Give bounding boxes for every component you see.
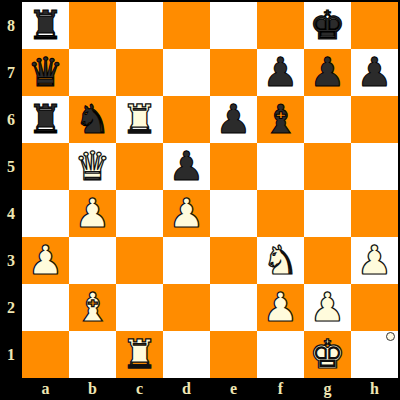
square-d8 [163, 2, 210, 49]
square-f7: ♟ [257, 49, 304, 96]
square-e2 [210, 284, 257, 331]
square-g3 [304, 237, 351, 284]
square-g1: ♚ [304, 331, 351, 378]
square-g8: ♚ [304, 2, 351, 49]
square-g6 [304, 96, 351, 143]
white-bishop-b2: ♝ [75, 284, 111, 331]
rank-label-8: 8 [0, 2, 22, 49]
white-pawn-a3: ♟ [28, 237, 64, 284]
file-label-e: e [210, 378, 257, 400]
square-a1 [22, 331, 69, 378]
rank-label-1: 1 [0, 331, 22, 378]
white-pawn-g2: ♟ [310, 284, 346, 331]
square-b5: ♛ [69, 143, 116, 190]
square-d6 [163, 96, 210, 143]
square-e5 [210, 143, 257, 190]
square-c3 [116, 237, 163, 284]
rank-label-7: 7 [0, 49, 22, 96]
square-c4 [116, 190, 163, 237]
square-e7 [210, 49, 257, 96]
square-b7 [69, 49, 116, 96]
square-d5: ♟ [163, 143, 210, 190]
square-e3 [210, 237, 257, 284]
file-label-a: a [22, 378, 69, 400]
white-pawn-f2: ♟ [263, 284, 299, 331]
square-f5 [257, 143, 304, 190]
square-g4 [304, 190, 351, 237]
black-pawn-h7: ♟ [357, 49, 393, 96]
square-c6: ♜ [116, 96, 163, 143]
square-e6: ♟ [210, 96, 257, 143]
square-a6: ♜ [22, 96, 69, 143]
file-label-h: h [351, 378, 398, 400]
square-h4 [351, 190, 398, 237]
rank-label-2: 2 [0, 284, 22, 331]
rank-label-6: 6 [0, 96, 22, 143]
black-pawn-d5: ♟ [169, 143, 205, 190]
square-e4 [210, 190, 257, 237]
square-b2: ♝ [69, 284, 116, 331]
file-labels: abcdefgh [22, 378, 398, 400]
square-b8 [69, 2, 116, 49]
square-f4 [257, 190, 304, 237]
square-a4 [22, 190, 69, 237]
square-d4: ♟ [163, 190, 210, 237]
black-pawn-g7: ♟ [310, 49, 346, 96]
square-f6: ♝ [257, 96, 304, 143]
square-d2 [163, 284, 210, 331]
white-to-move-indicator [386, 332, 395, 341]
square-f2: ♟ [257, 284, 304, 331]
black-king-g8: ♚ [310, 2, 346, 49]
square-a3: ♟ [22, 237, 69, 284]
white-rook-c1: ♜ [122, 331, 158, 378]
white-king-g1: ♚ [310, 331, 346, 378]
black-rook-a8: ♜ [28, 2, 64, 49]
white-pawn-h3: ♟ [357, 237, 393, 284]
square-e1 [210, 331, 257, 378]
rank-label-5: 5 [0, 143, 22, 190]
square-c8 [116, 2, 163, 49]
square-h7: ♟ [351, 49, 398, 96]
square-c2 [116, 284, 163, 331]
square-h3: ♟ [351, 237, 398, 284]
square-b1 [69, 331, 116, 378]
square-d7 [163, 49, 210, 96]
white-rook-c6: ♜ [122, 96, 158, 143]
file-label-f: f [257, 378, 304, 400]
black-pawn-e6: ♟ [216, 96, 252, 143]
square-a7: ♛ [22, 49, 69, 96]
square-f1 [257, 331, 304, 378]
square-b4: ♟ [69, 190, 116, 237]
square-c5 [116, 143, 163, 190]
file-label-g: g [304, 378, 351, 400]
rank-label-3: 3 [0, 237, 22, 284]
white-queen-b5: ♛ [75, 143, 111, 190]
square-h6 [351, 96, 398, 143]
square-f8 [257, 2, 304, 49]
square-a2 [22, 284, 69, 331]
black-pawn-f7: ♟ [263, 49, 299, 96]
square-e8 [210, 2, 257, 49]
rank-labels: 87654321 [0, 2, 22, 378]
file-label-b: b [69, 378, 116, 400]
square-b3 [69, 237, 116, 284]
square-g7: ♟ [304, 49, 351, 96]
square-c7 [116, 49, 163, 96]
square-h8 [351, 2, 398, 49]
black-knight-b6: ♞ [75, 96, 111, 143]
black-bishop-f6: ♝ [263, 96, 299, 143]
white-pawn-b4: ♟ [75, 190, 111, 237]
square-h2 [351, 284, 398, 331]
file-label-d: d [163, 378, 210, 400]
square-h5 [351, 143, 398, 190]
file-label-c: c [116, 378, 163, 400]
square-a8: ♜ [22, 2, 69, 49]
square-d1 [163, 331, 210, 378]
black-rook-a6: ♜ [28, 96, 64, 143]
square-g5 [304, 143, 351, 190]
chess-board-frame: 87654321 ♜♚♛♟♟♟♜♞♜♟♝♛♟♟♟♟♞♟♝♟♟♜♚ abcdefg… [0, 0, 400, 400]
square-c1: ♜ [116, 331, 163, 378]
white-pawn-d4: ♟ [169, 190, 205, 237]
rank-label-4: 4 [0, 190, 22, 237]
square-f3: ♞ [257, 237, 304, 284]
square-a5 [22, 143, 69, 190]
square-d3 [163, 237, 210, 284]
black-queen-a7: ♛ [28, 49, 64, 96]
square-b6: ♞ [69, 96, 116, 143]
white-knight-f3: ♞ [263, 237, 299, 284]
square-g2: ♟ [304, 284, 351, 331]
chess-board: ♜♚♛♟♟♟♜♞♜♟♝♛♟♟♟♟♞♟♝♟♟♜♚ [22, 2, 398, 378]
